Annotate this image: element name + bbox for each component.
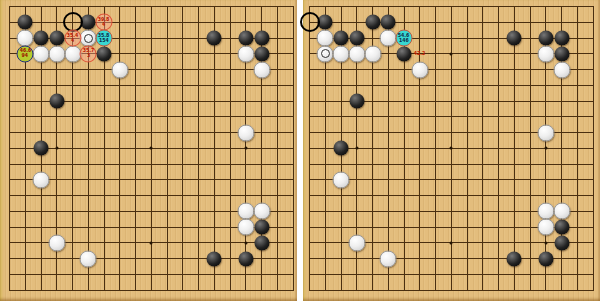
- black-stone: [538, 251, 553, 266]
- black-stone: [397, 46, 412, 61]
- white-stone: [253, 203, 270, 220]
- grid-line-horizontal: [309, 179, 594, 180]
- annotation-visits: 146: [399, 38, 409, 43]
- black-stone: [349, 94, 364, 109]
- white-stone: [237, 124, 254, 141]
- empty-point-circle-marker: [300, 12, 320, 32]
- white-stone: [33, 171, 50, 188]
- star-point: [450, 52, 453, 55]
- grid-line-horizontal: [9, 179, 294, 180]
- white-stone: [537, 124, 554, 141]
- grid-line-horizontal: [309, 195, 594, 196]
- white-stone: [537, 219, 554, 236]
- white-stone: [317, 30, 334, 47]
- annotation-winrate: 42.2: [414, 51, 426, 56]
- black-stone: [97, 46, 112, 61]
- board-left[interactable]: 39.8435.4435.7346.69435.8154: [0, 0, 297, 301]
- white-stone: [333, 45, 350, 62]
- grid-line-vertical: [277, 6, 278, 291]
- black-stone: [334, 31, 349, 46]
- grid-line-vertical: [214, 6, 215, 291]
- grid-line-vertical: [482, 6, 483, 291]
- grid-line-vertical: [293, 6, 294, 291]
- star-point: [450, 241, 453, 244]
- grid-line-horizontal: [9, 274, 294, 275]
- grid-line-vertical: [167, 6, 168, 291]
- white-stone: [364, 45, 381, 62]
- black-stone: [34, 31, 49, 46]
- black-stone: [49, 94, 64, 109]
- grid-line-vertical: [530, 6, 531, 291]
- white-stone: [253, 61, 270, 78]
- white-stone: [111, 61, 128, 78]
- grid-line-horizontal: [309, 290, 594, 291]
- winrate-label: 42.2: [412, 46, 427, 61]
- annotation-visits: 94: [22, 54, 29, 59]
- black-stone: [349, 31, 364, 46]
- annotation-visits: 154: [99, 38, 109, 43]
- candidate-move-annotation[interactable]: 35.44: [64, 30, 81, 47]
- white-stone: [553, 61, 570, 78]
- grid-line-vertical: [498, 6, 499, 291]
- grid-line-vertical: [467, 6, 468, 291]
- black-stone: [207, 251, 222, 266]
- black-stone: [254, 235, 269, 250]
- grid-line-horizontal: [309, 164, 594, 165]
- white-stone: [537, 45, 554, 62]
- white-stone: [48, 45, 65, 62]
- grid-line-horizontal: [309, 274, 594, 275]
- black-stone: [254, 220, 269, 235]
- last-move-marker: [321, 49, 330, 58]
- grid-line-vertical: [230, 6, 231, 291]
- black-stone: [554, 31, 569, 46]
- go-analysis-screenshot: 39.8435.4435.7346.69435.8154 54.614642.2: [0, 0, 600, 301]
- white-stone: [537, 203, 554, 220]
- star-point: [450, 147, 453, 150]
- grid-line-horizontal: [9, 164, 294, 165]
- annotation-winrate: 35.8: [98, 33, 110, 38]
- grid-line-vertical: [198, 6, 199, 291]
- black-stone: [365, 15, 380, 30]
- black-stone: [554, 235, 569, 250]
- star-point: [244, 241, 247, 244]
- candidate-move-annotation[interactable]: 39.84: [96, 14, 113, 31]
- white-stone: [553, 203, 570, 220]
- black-stone: [81, 15, 96, 30]
- annotation-visits: 4: [102, 22, 105, 27]
- white-stone: [348, 234, 365, 251]
- black-stone: [238, 251, 253, 266]
- white-stone: [80, 30, 97, 47]
- white-stone: [17, 30, 34, 47]
- white-stone: [380, 250, 397, 267]
- star-point: [355, 147, 358, 150]
- last-move-marker: [84, 34, 93, 43]
- black-stone: [34, 141, 49, 156]
- white-stone: [80, 250, 97, 267]
- star-point: [150, 147, 153, 150]
- black-stone: [318, 15, 333, 30]
- star-point: [544, 147, 547, 150]
- grid-line-vertical: [514, 6, 515, 291]
- black-stone: [538, 31, 553, 46]
- black-stone: [18, 15, 33, 30]
- white-stone: [237, 203, 254, 220]
- star-point: [150, 52, 153, 55]
- best-winrate-annotation[interactable]: 46.694: [17, 45, 34, 62]
- top-move-annotation[interactable]: 54.6146: [396, 30, 413, 47]
- annotation-winrate: 35.4: [67, 33, 79, 38]
- black-stone: [554, 220, 569, 235]
- annotation-visits: 3: [87, 54, 90, 59]
- black-stone: [507, 31, 522, 46]
- white-stone: [317, 45, 334, 62]
- black-stone: [381, 15, 396, 30]
- white-stone: [48, 234, 65, 251]
- black-stone: [207, 31, 222, 46]
- top-move-annotation[interactable]: 35.8154: [96, 30, 113, 47]
- white-stone: [411, 61, 428, 78]
- white-stone: [348, 45, 365, 62]
- grid-line-horizontal: [9, 290, 294, 291]
- grid-line-vertical: [593, 6, 594, 291]
- annotation-visits: 4: [71, 38, 74, 43]
- board-right[interactable]: 54.614642.2: [303, 0, 600, 301]
- black-stone: [254, 46, 269, 61]
- white-stone: [380, 30, 397, 47]
- annotation-winrate: 54.6: [398, 33, 410, 38]
- grid-line-vertical: [182, 6, 183, 291]
- black-stone: [238, 31, 253, 46]
- white-stone: [237, 45, 254, 62]
- candidate-move-annotation[interactable]: 35.73: [80, 45, 97, 62]
- black-stone: [334, 141, 349, 156]
- white-stone: [64, 45, 81, 62]
- star-point: [244, 147, 247, 150]
- star-point: [55, 147, 58, 150]
- black-stone: [554, 46, 569, 61]
- black-stone: [49, 31, 64, 46]
- white-stone: [333, 171, 350, 188]
- star-point: [150, 241, 153, 244]
- white-stone: [237, 219, 254, 236]
- star-point: [544, 241, 547, 244]
- white-stone: [33, 45, 50, 62]
- grid-line-horizontal: [9, 195, 294, 196]
- grid-line-vertical: [577, 6, 578, 291]
- black-stone: [254, 31, 269, 46]
- black-stone: [507, 251, 522, 266]
